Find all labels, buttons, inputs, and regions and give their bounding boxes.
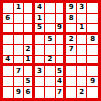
cell-r8c6[interactable]: 4 (56, 77, 67, 88)
cell-r8c2[interactable] (14, 77, 25, 88)
cell-r7c3[interactable] (24, 66, 35, 77)
given-digit: 2 (48, 56, 53, 63)
cell-r8c5[interactable] (45, 77, 56, 88)
cell-r8c1[interactable] (3, 77, 14, 88)
cell-r5c6[interactable] (56, 45, 67, 56)
cell-r3c6[interactable]: 9 (56, 24, 67, 35)
cell-r9c5[interactable] (45, 87, 56, 98)
cell-r4c6[interactable] (56, 35, 67, 46)
given-digit: 9 (69, 4, 74, 11)
cell-r8c4[interactable] (35, 77, 46, 88)
given-digit: 7 (69, 46, 74, 53)
cell-r1c6[interactable] (56, 3, 67, 14)
cell-r8c8[interactable] (77, 77, 88, 88)
cell-r1c5[interactable] (45, 3, 56, 14)
cell-r8c3[interactable]: 5 (24, 77, 35, 88)
cell-r6c4[interactable] (35, 56, 46, 67)
given-digit: 3 (79, 4, 84, 11)
cell-r1c8[interactable]: 3 (77, 3, 88, 14)
cell-r6c9[interactable] (87, 56, 98, 67)
given-digit: 9 (90, 78, 95, 85)
cell-r1c3[interactable] (24, 3, 35, 14)
given-digit: 3 (37, 68, 42, 75)
cell-r7c9[interactable] (87, 66, 98, 77)
cell-r5c9[interactable] (87, 45, 98, 56)
given-digit: 2 (79, 89, 84, 96)
cell-r7c7[interactable] (66, 66, 77, 77)
cell-r2c2[interactable] (14, 14, 25, 25)
cell-r7c1[interactable] (3, 66, 14, 77)
cell-r4c2[interactable] (14, 35, 25, 46)
cell-r7c2[interactable]: 7 (14, 66, 25, 77)
cell-r1c2[interactable]: 1 (14, 3, 25, 14)
cell-r4c4[interactable] (35, 35, 46, 46)
cell-r6c6[interactable] (56, 56, 67, 67)
given-digit: 5 (57, 68, 62, 75)
cell-r7c4[interactable]: 3 (35, 66, 46, 77)
cell-r6c1[interactable]: 4 (3, 56, 14, 67)
given-digit: 9 (57, 24, 62, 31)
cell-r1c4[interactable]: 4 (35, 3, 46, 14)
cell-r6c5[interactable]: 2 (45, 56, 56, 67)
given-digit: 2 (25, 46, 30, 53)
given-digit: 6 (25, 89, 30, 96)
cell-r2c1[interactable]: 6 (3, 14, 14, 25)
cell-r8c9[interactable]: 9 (87, 77, 98, 88)
given-digit: 7 (16, 68, 21, 75)
given-digit: 1 (79, 24, 84, 31)
cell-r4c7[interactable]: 2 (66, 35, 77, 46)
cell-r9c7[interactable] (66, 87, 77, 98)
cell-r2c5[interactable] (45, 14, 56, 25)
cell-r6c2[interactable] (14, 56, 25, 67)
cell-r3c9[interactable] (87, 24, 98, 35)
given-digit: 1 (25, 56, 30, 63)
cell-r6c3[interactable]: 1 (24, 56, 35, 67)
given-digit: 1 (37, 15, 42, 22)
given-digit: 8 (69, 15, 74, 22)
given-digit: 8 (90, 36, 95, 43)
sudoku-board: 1493618591528274127355499672 (0, 0, 101, 101)
given-digit: 4 (5, 56, 10, 63)
given-digit: 6 (5, 15, 10, 22)
cell-r1c1[interactable] (3, 3, 14, 14)
given-digit: 7 (57, 89, 62, 96)
cell-r1c9[interactable] (87, 3, 98, 14)
given-digit: 5 (25, 78, 30, 85)
cell-r5c4[interactable] (35, 45, 46, 56)
cell-r5c7[interactable]: 7 (66, 45, 77, 56)
cell-r3c5[interactable] (45, 24, 56, 35)
cell-r2c9[interactable] (87, 14, 98, 25)
cell-r8c7[interactable] (66, 77, 77, 88)
cell-r2c3[interactable] (24, 14, 35, 25)
cell-r9c6[interactable]: 7 (56, 87, 67, 98)
cell-r7c6[interactable]: 5 (56, 66, 67, 77)
cell-r3c7[interactable] (66, 24, 77, 35)
cell-r5c2[interactable] (14, 45, 25, 56)
cell-r4c1[interactable] (3, 35, 14, 46)
cell-r3c3[interactable] (24, 24, 35, 35)
cell-r6c8[interactable] (77, 56, 88, 67)
given-digit: 5 (48, 36, 53, 43)
given-digit: 5 (37, 24, 42, 31)
cell-r9c1[interactable] (3, 87, 14, 98)
given-digit: 1 (16, 4, 21, 11)
cell-r9c2[interactable]: 9 (14, 87, 25, 98)
cell-r4c3[interactable] (24, 35, 35, 46)
cell-r4c9[interactable]: 8 (87, 35, 98, 46)
cell-r4c8[interactable] (77, 35, 88, 46)
given-digit: 4 (37, 4, 42, 11)
cell-r3c1[interactable] (3, 24, 14, 35)
given-digit: 9 (16, 89, 21, 96)
cell-r7c5[interactable] (45, 66, 56, 77)
cell-r3c8[interactable]: 1 (77, 24, 88, 35)
cell-r5c8[interactable] (77, 45, 88, 56)
cell-r9c8[interactable]: 2 (77, 87, 88, 98)
cell-r3c2[interactable] (14, 24, 25, 35)
cell-r3c4[interactable]: 5 (35, 24, 46, 35)
cell-r9c9[interactable] (87, 87, 98, 98)
cell-r2c7[interactable]: 8 (66, 14, 77, 25)
cell-r7c8[interactable] (77, 66, 88, 77)
cell-r6c7[interactable] (66, 56, 77, 67)
cell-r9c3[interactable]: 6 (24, 87, 35, 98)
given-digit: 4 (57, 78, 62, 85)
cell-r1c7[interactable]: 9 (66, 3, 77, 14)
given-digit: 2 (69, 36, 74, 43)
cell-r9c4[interactable] (35, 87, 46, 98)
cell-r4c5[interactable]: 5 (45, 35, 56, 46)
